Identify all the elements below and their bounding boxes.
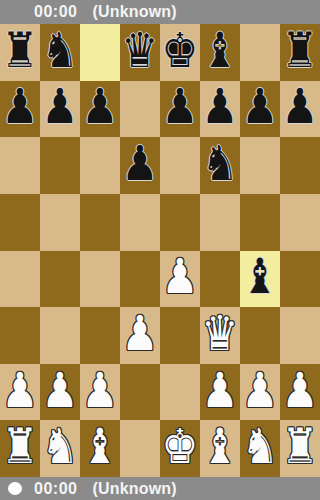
piece-white-bishop[interactable]: ♝ xyxy=(202,423,239,471)
piece-white-rook[interactable]: ♜ xyxy=(2,423,39,471)
square-d7[interactable] xyxy=(120,81,160,138)
square-e5[interactable] xyxy=(160,194,200,251)
piece-black-pawn[interactable]: ♟ xyxy=(242,84,279,132)
square-b2[interactable]: ♟ xyxy=(40,364,80,421)
piece-white-pawn[interactable]: ♟ xyxy=(42,367,79,415)
piece-white-queen[interactable]: ♛ xyxy=(202,310,239,358)
piece-white-pawn[interactable]: ♟ xyxy=(2,367,39,415)
piece-black-knight[interactable]: ♞ xyxy=(202,140,239,188)
black-player-name: (Unknown) xyxy=(92,3,176,21)
square-h3[interactable] xyxy=(280,307,320,364)
square-b3[interactable] xyxy=(40,307,80,364)
square-c8[interactable] xyxy=(80,24,120,81)
square-a5[interactable] xyxy=(0,194,40,251)
square-g1[interactable]: ♞ xyxy=(240,420,280,477)
square-h4[interactable] xyxy=(280,251,320,308)
piece-black-bishop[interactable]: ♝ xyxy=(202,27,239,75)
square-h2[interactable]: ♟ xyxy=(280,364,320,421)
white-to-move-indicator-icon xyxy=(8,482,22,495)
square-c3[interactable] xyxy=(80,307,120,364)
square-h7[interactable]: ♟ xyxy=(280,81,320,138)
piece-black-pawn[interactable]: ♟ xyxy=(2,84,39,132)
square-d6[interactable]: ♟ xyxy=(120,137,160,194)
square-g2[interactable]: ♟ xyxy=(240,364,280,421)
piece-white-pawn[interactable]: ♟ xyxy=(202,367,239,415)
piece-black-pawn[interactable]: ♟ xyxy=(162,84,199,132)
piece-white-pawn[interactable]: ♟ xyxy=(242,367,279,415)
square-c6[interactable] xyxy=(80,137,120,194)
chess-app-window: 00:00 (Unknown) ♜♞♛♚♝♜♟♟♟♟♟♟♟♟♞♟♝♟♛♟♟♟♟♟… xyxy=(0,0,320,500)
square-a8[interactable]: ♜ xyxy=(0,24,40,81)
square-e4[interactable]: ♟ xyxy=(160,251,200,308)
square-a3[interactable] xyxy=(0,307,40,364)
square-d5[interactable] xyxy=(120,194,160,251)
square-g6[interactable] xyxy=(240,137,280,194)
piece-white-knight[interactable]: ♞ xyxy=(42,423,79,471)
square-c1[interactable]: ♝ xyxy=(80,420,120,477)
piece-black-rook[interactable]: ♜ xyxy=(282,27,319,75)
square-b6[interactable] xyxy=(40,137,80,194)
square-a7[interactable]: ♟ xyxy=(0,81,40,138)
piece-white-knight[interactable]: ♞ xyxy=(242,423,279,471)
square-f8[interactable]: ♝ xyxy=(200,24,240,81)
square-a4[interactable] xyxy=(0,251,40,308)
square-d8[interactable]: ♛ xyxy=(120,24,160,81)
piece-white-pawn[interactable]: ♟ xyxy=(162,253,199,301)
square-e8[interactable]: ♚ xyxy=(160,24,200,81)
black-player-clock: 00:00 xyxy=(34,3,77,21)
white-player-name: (Unknown) xyxy=(92,480,176,498)
piece-black-bishop[interactable]: ♝ xyxy=(242,253,279,301)
piece-white-pawn[interactable]: ♟ xyxy=(282,367,319,415)
square-f3[interactable]: ♛ xyxy=(200,307,240,364)
square-f7[interactable]: ♟ xyxy=(200,81,240,138)
black-player-bar: 00:00 (Unknown) xyxy=(0,0,320,24)
square-a6[interactable] xyxy=(0,137,40,194)
piece-black-pawn[interactable]: ♟ xyxy=(82,84,119,132)
piece-white-rook[interactable]: ♜ xyxy=(282,423,319,471)
square-d2[interactable] xyxy=(120,364,160,421)
square-d1[interactable] xyxy=(120,420,160,477)
square-g8[interactable] xyxy=(240,24,280,81)
square-h6[interactable] xyxy=(280,137,320,194)
square-b1[interactable]: ♞ xyxy=(40,420,80,477)
square-b5[interactable] xyxy=(40,194,80,251)
square-b8[interactable]: ♞ xyxy=(40,24,80,81)
square-g3[interactable] xyxy=(240,307,280,364)
square-d3[interactable]: ♟ xyxy=(120,307,160,364)
square-f5[interactable] xyxy=(200,194,240,251)
square-e3[interactable] xyxy=(160,307,200,364)
square-c2[interactable]: ♟ xyxy=(80,364,120,421)
piece-black-pawn[interactable]: ♟ xyxy=(122,140,159,188)
square-d4[interactable] xyxy=(120,251,160,308)
piece-black-pawn[interactable]: ♟ xyxy=(202,84,239,132)
piece-black-pawn[interactable]: ♟ xyxy=(42,84,79,132)
square-c7[interactable]: ♟ xyxy=(80,81,120,138)
square-c4[interactable] xyxy=(80,251,120,308)
piece-white-king[interactable]: ♚ xyxy=(162,423,199,471)
square-e1[interactable]: ♚ xyxy=(160,420,200,477)
square-e2[interactable] xyxy=(160,364,200,421)
piece-black-rook[interactable]: ♜ xyxy=(2,27,39,75)
piece-black-king[interactable]: ♚ xyxy=(162,27,199,75)
piece-white-pawn[interactable]: ♟ xyxy=(82,367,119,415)
piece-black-pawn[interactable]: ♟ xyxy=(282,84,319,132)
square-g5[interactable] xyxy=(240,194,280,251)
square-f4[interactable] xyxy=(200,251,240,308)
square-f2[interactable]: ♟ xyxy=(200,364,240,421)
piece-white-bishop[interactable]: ♝ xyxy=(82,423,119,471)
square-h5[interactable] xyxy=(280,194,320,251)
square-b4[interactable] xyxy=(40,251,80,308)
piece-black-queen[interactable]: ♛ xyxy=(122,27,159,75)
white-player-bar: 00:00 (Unknown) xyxy=(0,477,320,500)
square-a2[interactable]: ♟ xyxy=(0,364,40,421)
square-b7[interactable]: ♟ xyxy=(40,81,80,138)
square-h8[interactable]: ♜ xyxy=(280,24,320,81)
square-g4[interactable]: ♝ xyxy=(240,251,280,308)
square-a1[interactable]: ♜ xyxy=(0,420,40,477)
piece-white-pawn[interactable]: ♟ xyxy=(122,310,159,358)
square-f6[interactable]: ♞ xyxy=(200,137,240,194)
square-h1[interactable]: ♜ xyxy=(280,420,320,477)
square-e7[interactable]: ♟ xyxy=(160,81,200,138)
square-g7[interactable]: ♟ xyxy=(240,81,280,138)
white-player-clock: 00:00 xyxy=(34,480,77,498)
square-e6[interactable] xyxy=(160,137,200,194)
square-f1[interactable]: ♝ xyxy=(200,420,240,477)
chess-board[interactable]: ♜♞♛♚♝♜♟♟♟♟♟♟♟♟♞♟♝♟♛♟♟♟♟♟♟♜♞♝♚♝♞♜ xyxy=(0,24,320,477)
square-c5[interactable] xyxy=(80,194,120,251)
piece-black-knight[interactable]: ♞ xyxy=(42,27,79,75)
